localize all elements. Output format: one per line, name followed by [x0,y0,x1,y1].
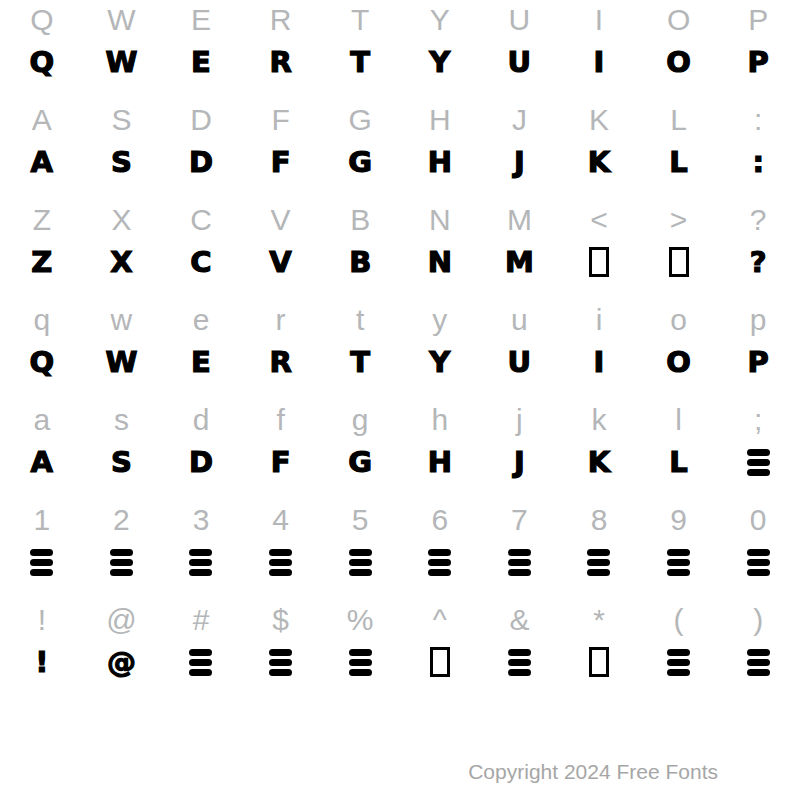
reference-char: O [667,5,690,35]
bar [189,549,212,556]
font-glyph: R [269,48,291,77]
reference-char: S [111,105,131,135]
font-glyph: E [191,48,211,77]
reference-char: J [512,105,527,135]
bar [667,669,690,676]
charmap-band: asdfghjkl;ASDFGHJKL [2,400,798,500]
font-glyph: I [594,348,605,377]
missing-glyph-bars [189,649,212,676]
missing-glyph-bars [587,549,610,576]
font-glyph: S [111,448,132,477]
missing-glyph-bars [349,549,372,576]
missing-glyph-box [669,247,689,277]
rendered-glyph-row: ASDFGHJKL: [2,140,798,184]
missing-glyph-bars [110,549,133,576]
reference-row: 1234567890 [2,500,798,540]
bar [269,669,292,676]
font-glyph: @ [107,648,136,677]
bar [747,659,770,666]
font-glyph: J [514,448,525,477]
bar [349,549,372,556]
bar [30,569,53,576]
reference-char: C [190,205,212,235]
bar [508,649,531,656]
reference-char: A [32,105,52,135]
bar [587,559,610,566]
reference-char: > [670,205,688,235]
font-glyph: Y [429,348,450,377]
font-glyph: I [594,48,605,77]
bar [747,649,770,656]
missing-glyph-box [589,247,609,277]
reference-row: QWERTYUIOP [2,0,798,40]
reference-char: e [193,305,210,335]
reference-char: Z [33,205,51,235]
font-glyph: P [748,48,769,77]
bar [30,559,53,566]
font-glyph: A [31,448,53,477]
reference-char: P [748,5,768,35]
reference-char: G [349,105,372,135]
reference-char: & [509,605,529,635]
bar [508,569,531,576]
bar [269,649,292,656]
reference-char: a [33,405,50,435]
missing-glyph-bars [667,549,690,576]
reference-char: : [754,105,762,135]
rendered-glyph-row: ZXCVBNM? [2,240,798,284]
reference-char: s [114,405,129,435]
bar [189,569,212,576]
missing-glyph-bars [747,649,770,676]
missing-glyph-bars [508,549,531,576]
reference-char: 4 [272,505,289,535]
bar [667,659,690,666]
reference-char: y [432,305,447,335]
reference-char: N [429,205,451,235]
charmap-band: ASDFGHJKL:ASDFGHJKL: [2,100,798,200]
font-glyph: U [508,348,532,377]
reference-row: asdfghjkl; [2,400,798,440]
reference-char: ( [674,605,684,635]
reference-char: M [507,205,532,235]
rendered-glyph-row: ASDFGHJKL [2,440,798,484]
font-glyph: R [269,348,291,377]
reference-char: V [271,205,291,235]
reference-char: 5 [352,505,369,535]
reference-char: F [271,105,289,135]
font-glyph: V [269,248,291,277]
reference-char: W [107,5,135,35]
reference-char: w [111,305,133,335]
reference-char: k [591,405,606,435]
font-glyph: H [428,448,452,477]
reference-char: f [276,405,284,435]
bar [269,569,292,576]
font-glyph: F [271,448,291,477]
reference-char: h [431,405,448,435]
reference-char: $ [272,605,289,635]
font-glyph: T [350,48,370,77]
missing-glyph-bars [428,549,451,576]
bar [110,569,133,576]
font-glyph: U [508,48,532,77]
bar [349,649,372,656]
reference-char: i [596,305,603,335]
bar [110,549,133,556]
missing-glyph-box [589,647,609,677]
reference-char: g [352,405,369,435]
missing-glyph-bars [667,649,690,676]
reference-char: 0 [750,505,767,535]
reference-char: o [670,305,687,335]
bar [587,549,610,556]
font-glyph: C [190,248,211,277]
reference-char: Q [30,5,53,35]
font-glyph: X [110,248,132,277]
charmap-band: !@#$%^&*()!@ [2,600,798,700]
font-glyph: L [669,148,687,177]
bar [269,549,292,556]
bar [747,549,770,556]
reference-char: B [350,205,370,235]
reference-char: ^ [433,605,447,635]
reference-char: r [276,305,286,335]
bar [189,649,212,656]
font-glyph: ? [750,248,767,277]
rendered-glyph-row: QWERTYUIOP [2,340,798,384]
reference-char: 1 [33,505,50,535]
reference-row: ZXCVBNM<>? [2,200,798,240]
font-glyph: S [111,148,132,177]
reference-char: E [191,5,211,35]
bar [110,559,133,566]
reference-char: K [589,105,609,135]
reference-char: # [193,605,210,635]
font-glyph: G [348,148,372,177]
font-glyph: F [271,148,291,177]
reference-char: 3 [193,505,210,535]
bar [747,469,770,476]
reference-row: ASDFGHJKL: [2,100,798,140]
reference-char: ) [753,605,763,635]
missing-glyph-bars [269,649,292,676]
reference-char: T [351,5,369,35]
rendered-glyph-row: !@ [2,640,798,684]
bar [189,559,212,566]
font-glyph: O [666,348,691,377]
bar [508,549,531,556]
bar [508,659,531,666]
charmap-band: QWERTYUIOPQWERTYUIOP [2,0,798,100]
reference-char: d [193,405,210,435]
font-glyph: G [348,448,372,477]
reference-char: u [511,305,528,335]
reference-char: ; [754,405,762,435]
reference-char: * [593,605,605,635]
font-glyph: Z [31,248,52,277]
bar [747,569,770,576]
reference-char: % [347,605,374,635]
font-glyph: M [505,248,534,277]
reference-char: X [111,205,131,235]
bar [189,669,212,676]
bar [508,559,531,566]
reference-char: t [356,305,364,335]
reference-char: ? [750,205,767,235]
character-map: QWERTYUIOPQWERTYUIOPASDFGHJKL:ASDFGHJKL:… [2,0,798,700]
reference-char: 8 [591,505,608,535]
bar [349,569,372,576]
font-glyph: K [588,148,610,177]
font-glyph: Y [429,48,450,77]
bar [428,559,451,566]
font-glyph: A [31,148,53,177]
bar [349,659,372,666]
reference-char: ! [38,605,46,635]
bar [508,669,531,676]
rendered-glyph-row: QWERTYUIOP [2,40,798,84]
missing-glyph-bars [269,549,292,576]
rendered-glyph-row [2,540,798,584]
reference-char: U [509,5,531,35]
bar [667,569,690,576]
charmap-band: ZXCVBNM<>?ZXCVBNM? [2,200,798,300]
reference-char: < [590,205,608,235]
reference-char: q [33,305,50,335]
font-glyph: D [189,448,213,477]
bar [747,459,770,466]
bar [667,559,690,566]
reference-char: j [516,405,523,435]
reference-char: 9 [670,505,687,535]
missing-glyph-bars [189,549,212,576]
bar [349,559,372,566]
bar [667,649,690,656]
charmap-band: qwertyuiopQWERTYUIOP [2,300,798,400]
font-glyph: J [514,148,525,177]
reference-char: 7 [511,505,528,535]
missing-glyph-bars [747,549,770,576]
reference-char: R [270,5,292,35]
reference-row: !@#$%^&*() [2,600,798,640]
font-glyph: H [428,148,452,177]
reference-char: H [429,105,451,135]
missing-glyph-box [430,647,450,677]
copyright-text: Copyright 2024 Free Fonts [468,759,718,784]
font-glyph: P [748,348,769,377]
missing-glyph-bars [30,549,53,576]
charmap-band: 1234567890 [2,500,798,600]
bar [30,549,53,556]
font-glyph: W [105,48,137,77]
bar [667,549,690,556]
font-glyph: W [105,348,137,377]
reference-char: @ [106,605,136,635]
reference-char: I [595,5,603,35]
font-glyph: K [588,448,610,477]
bar [269,659,292,666]
missing-glyph-bars [508,649,531,676]
font-glyph: T [350,348,370,377]
font-glyph: L [669,448,687,477]
bar [349,669,372,676]
font-glyph: ! [35,648,48,677]
bar [747,669,770,676]
bar [189,659,212,666]
missing-glyph-bars [747,449,770,476]
reference-char: 2 [113,505,130,535]
font-glyph: N [428,248,452,277]
bar [269,559,292,566]
font-glyph: B [349,248,371,277]
font-glyph: Q [29,48,54,77]
reference-char: p [750,305,767,335]
missing-glyph-bars [349,649,372,676]
reference-char: D [190,105,212,135]
reference-char: Y [430,5,450,35]
reference-char: L [670,105,687,135]
bar [428,549,451,556]
reference-char: l [675,405,682,435]
bar [587,569,610,576]
reference-row: qwertyuiop [2,300,798,340]
font-glyph: D [189,148,213,177]
font-glyph: O [666,48,691,77]
bar [747,559,770,566]
font-glyph: Q [29,348,54,377]
bar [428,569,451,576]
font-glyph: : [752,148,764,177]
font-glyph: E [191,348,211,377]
bar [747,449,770,456]
reference-char: 6 [431,505,448,535]
